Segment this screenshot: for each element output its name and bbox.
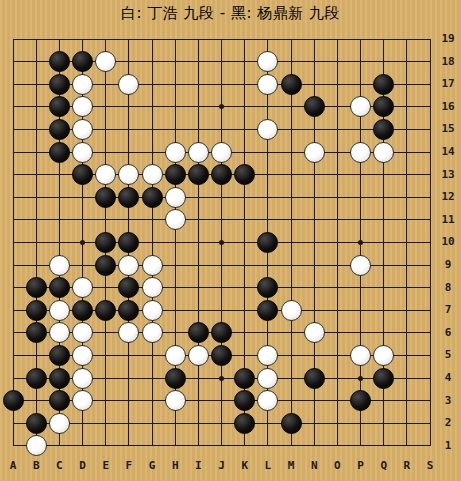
column-label: B (27, 459, 45, 472)
white-stone[interactable] (49, 322, 70, 343)
column-label: A (4, 459, 22, 472)
column-label: P (352, 459, 370, 472)
black-stone[interactable] (281, 413, 302, 434)
black-stone[interactable] (373, 119, 394, 140)
white-stone[interactable] (95, 51, 116, 72)
white-stone[interactable] (142, 300, 163, 321)
white-stone[interactable] (165, 390, 186, 411)
white-stone[interactable] (72, 119, 93, 140)
column-label: Q (375, 459, 393, 472)
black-stone[interactable] (26, 277, 47, 298)
column-label: E (97, 459, 115, 472)
column-label: R (398, 459, 416, 472)
row-label: 12 (436, 190, 460, 204)
hoshi-dot (358, 376, 363, 381)
white-stone[interactable] (49, 413, 70, 434)
black-stone[interactable] (188, 322, 209, 343)
row-label: 5 (436, 348, 460, 362)
black-stone[interactable] (350, 390, 371, 411)
white-stone[interactable] (165, 187, 186, 208)
white-stone[interactable] (95, 164, 116, 185)
black-stone[interactable] (49, 119, 70, 140)
row-label: 16 (436, 100, 460, 114)
white-stone[interactable] (350, 345, 371, 366)
row-label: 11 (436, 213, 460, 227)
hoshi-dot (219, 104, 224, 109)
black-stone[interactable] (234, 164, 255, 185)
black-stone[interactable] (211, 322, 232, 343)
black-stone[interactable] (304, 96, 325, 117)
column-label: J (213, 459, 231, 472)
black-stone[interactable] (373, 96, 394, 117)
row-label: 10 (436, 235, 460, 249)
black-stone[interactable] (211, 164, 232, 185)
row-label: 2 (436, 416, 460, 430)
column-label: K (236, 459, 254, 472)
hoshi-dot (358, 240, 363, 245)
black-stone[interactable] (95, 187, 116, 208)
white-stone[interactable] (72, 96, 93, 117)
black-stone[interactable] (72, 300, 93, 321)
game-title: 白: 丁浩 九段 - 黑: 杨鼎新 九段 (0, 3, 461, 23)
black-stone[interactable] (165, 164, 186, 185)
black-stone[interactable] (26, 300, 47, 321)
column-label: O (328, 459, 346, 472)
black-stone[interactable] (49, 51, 70, 72)
black-stone[interactable] (257, 277, 278, 298)
white-stone[interactable] (49, 255, 70, 276)
white-stone[interactable] (72, 345, 93, 366)
go-board-app: 白: 丁浩 九段 - 黑: 杨鼎新 九段 ABCDEFGHIJKLMNOPQRS… (0, 0, 461, 481)
white-stone[interactable] (257, 119, 278, 140)
black-stone[interactable] (373, 368, 394, 389)
column-label: F (120, 459, 138, 472)
white-stone[interactable] (72, 322, 93, 343)
white-stone[interactable] (72, 74, 93, 95)
row-label: 3 (436, 394, 460, 408)
black-stone[interactable] (165, 368, 186, 389)
black-stone[interactable] (95, 300, 116, 321)
white-stone[interactable] (373, 345, 394, 366)
column-label: N (305, 459, 323, 472)
white-stone[interactable] (304, 142, 325, 163)
white-stone[interactable] (165, 142, 186, 163)
white-stone[interactable] (257, 51, 278, 72)
white-stone[interactable] (165, 345, 186, 366)
grid-line-vertical (430, 39, 431, 446)
row-label: 4 (436, 371, 460, 385)
white-stone[interactable] (142, 277, 163, 298)
black-stone[interactable] (95, 232, 116, 253)
white-stone[interactable] (72, 277, 93, 298)
black-stone[interactable] (26, 368, 47, 389)
white-stone[interactable] (165, 209, 186, 230)
black-stone[interactable] (234, 390, 255, 411)
white-stone[interactable] (72, 142, 93, 163)
white-stone[interactable] (257, 345, 278, 366)
white-stone[interactable] (211, 142, 232, 163)
black-stone[interactable] (211, 345, 232, 366)
grid-line-vertical (337, 39, 338, 446)
grid-line-vertical (291, 39, 292, 446)
column-label: C (50, 459, 68, 472)
grid-line-horizontal (13, 423, 430, 424)
column-label: G (143, 459, 161, 472)
white-stone[interactable] (49, 300, 70, 321)
column-label: M (282, 459, 300, 472)
column-label: D (74, 459, 92, 472)
black-stone[interactable] (49, 345, 70, 366)
white-stone[interactable] (350, 96, 371, 117)
black-stone[interactable] (142, 187, 163, 208)
black-stone[interactable] (26, 413, 47, 434)
black-stone[interactable] (3, 390, 24, 411)
row-label: 14 (436, 145, 460, 159)
hoshi-dot (219, 376, 224, 381)
hoshi-dot (80, 240, 85, 245)
black-stone[interactable] (118, 187, 139, 208)
row-label: 15 (436, 122, 460, 136)
white-stone[interactable] (257, 390, 278, 411)
column-label: H (166, 459, 184, 472)
black-stone[interactable] (118, 300, 139, 321)
black-stone[interactable] (304, 368, 325, 389)
black-stone[interactable] (373, 74, 394, 95)
black-stone[interactable] (281, 74, 302, 95)
black-stone[interactable] (49, 277, 70, 298)
white-stone[interactable] (142, 255, 163, 276)
black-stone[interactable] (257, 232, 278, 253)
white-stone[interactable] (142, 164, 163, 185)
row-label: 8 (436, 281, 460, 295)
black-stone[interactable] (257, 300, 278, 321)
black-stone[interactable] (234, 413, 255, 434)
black-stone[interactable] (118, 232, 139, 253)
row-label: 17 (436, 77, 460, 91)
row-label: 7 (436, 303, 460, 317)
row-label: 18 (436, 55, 460, 69)
black-stone[interactable] (49, 74, 70, 95)
black-stone[interactable] (49, 96, 70, 117)
white-stone[interactable] (72, 390, 93, 411)
row-label: 1 (436, 439, 460, 453)
white-stone[interactable] (350, 255, 371, 276)
grid-line-horizontal (13, 445, 430, 446)
white-stone[interactable] (72, 368, 93, 389)
black-stone[interactable] (188, 164, 209, 185)
white-stone[interactable] (257, 368, 278, 389)
white-stone[interactable] (281, 300, 302, 321)
white-stone[interactable] (257, 74, 278, 95)
black-stone[interactable] (95, 255, 116, 276)
grid-line-vertical (406, 39, 407, 446)
black-stone[interactable] (118, 277, 139, 298)
column-label: I (189, 459, 207, 472)
column-label: L (259, 459, 277, 472)
row-label: 9 (436, 258, 460, 272)
black-stone[interactable] (49, 142, 70, 163)
white-stone[interactable] (26, 435, 47, 456)
white-stone[interactable] (118, 74, 139, 95)
hoshi-dot (219, 240, 224, 245)
white-stone[interactable] (350, 142, 371, 163)
black-stone[interactable] (234, 368, 255, 389)
row-label: 6 (436, 326, 460, 340)
white-stone[interactable] (304, 322, 325, 343)
white-stone[interactable] (118, 164, 139, 185)
black-stone[interactable] (49, 390, 70, 411)
white-stone[interactable] (118, 322, 139, 343)
white-stone[interactable] (373, 142, 394, 163)
white-stone[interactable] (188, 142, 209, 163)
black-stone[interactable] (26, 322, 47, 343)
white-stone[interactable] (118, 255, 139, 276)
white-stone[interactable] (188, 345, 209, 366)
row-label: 13 (436, 168, 460, 182)
black-stone[interactable] (49, 368, 70, 389)
black-stone[interactable] (72, 164, 93, 185)
white-stone[interactable] (142, 322, 163, 343)
column-label: S (421, 459, 439, 472)
row-label: 19 (436, 32, 460, 46)
black-stone[interactable] (72, 51, 93, 72)
